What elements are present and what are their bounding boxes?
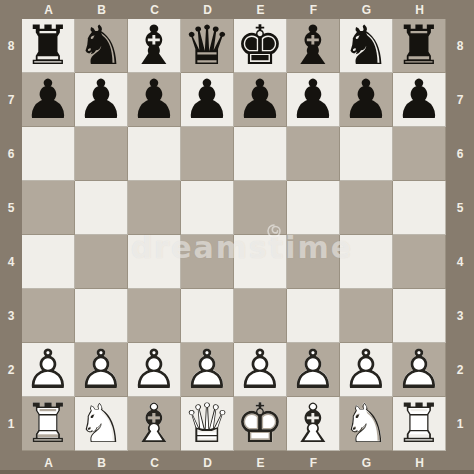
black-knight: ♞ — [75, 19, 127, 72]
black-rook: ♜ — [22, 19, 74, 72]
square-b3[interactable] — [75, 289, 128, 343]
square-b7[interactable]: ♟ — [75, 73, 128, 127]
black-bishop: ♝ — [128, 19, 180, 72]
white-knight: ♘ — [340, 397, 392, 450]
rank-label-right-1: 1 — [446, 397, 474, 451]
square-d4[interactable] — [181, 235, 234, 289]
rank-label-right-7: 7 — [446, 73, 474, 127]
white-pawn: ♙ — [287, 343, 339, 396]
square-f6[interactable] — [287, 127, 340, 181]
square-f2[interactable]: ♟♙ — [287, 343, 340, 397]
square-a1[interactable]: ♜♖ — [22, 397, 75, 451]
square-f7[interactable]: ♟ — [287, 73, 340, 127]
chessboard-frame: ABCDEFGH ABCDEFGH 87654321 87654321 ♜♞♝♛… — [0, 0, 474, 474]
white-pawn: ♙ — [234, 343, 286, 396]
square-d1[interactable]: ♛♕ — [181, 397, 234, 451]
white-knight-fill: ♞ — [340, 397, 392, 450]
square-b4[interactable] — [75, 235, 128, 289]
square-a8[interactable]: ♜ — [22, 19, 75, 73]
white-bishop: ♗ — [128, 397, 180, 450]
square-a6[interactable] — [22, 127, 75, 181]
square-a4[interactable] — [22, 235, 75, 289]
square-b6[interactable] — [75, 127, 128, 181]
square-g4[interactable] — [340, 235, 393, 289]
rank-label-left-2: 2 — [0, 343, 22, 397]
square-e2[interactable]: ♟♙ — [234, 343, 287, 397]
white-pawn-fill: ♟ — [340, 343, 392, 396]
white-pawn-fill: ♟ — [75, 343, 127, 396]
square-d3[interactable] — [181, 289, 234, 343]
square-c1[interactable]: ♝♗ — [128, 397, 181, 451]
rank-label-left-3: 3 — [0, 289, 22, 343]
square-e4[interactable] — [234, 235, 287, 289]
white-bishop-fill: ♝ — [287, 397, 339, 450]
square-f4[interactable] — [287, 235, 340, 289]
square-b2[interactable]: ♟♙ — [75, 343, 128, 397]
file-label-top-g: G — [340, 0, 393, 19]
square-g5[interactable] — [340, 181, 393, 235]
file-label-top-h: H — [393, 0, 446, 19]
white-king-fill: ♚ — [234, 397, 286, 450]
square-e3[interactable] — [234, 289, 287, 343]
square-f8[interactable]: ♝ — [287, 19, 340, 73]
square-g6[interactable] — [340, 127, 393, 181]
square-a3[interactable] — [22, 289, 75, 343]
square-g8[interactable]: ♞ — [340, 19, 393, 73]
black-pawn: ♟ — [75, 73, 127, 126]
square-h4[interactable] — [393, 235, 446, 289]
black-knight: ♞ — [340, 19, 392, 72]
square-h8[interactable]: ♜ — [393, 19, 446, 73]
rank-label-right-8: 8 — [446, 19, 474, 73]
white-queen-fill: ♛ — [181, 397, 233, 450]
white-bishop: ♗ — [287, 397, 339, 450]
black-pawn: ♟ — [287, 73, 339, 126]
rank-labels-right: 87654321 — [446, 19, 474, 451]
black-queen: ♛ — [181, 19, 233, 72]
black-pawn: ♟ — [393, 73, 445, 126]
white-bishop-fill: ♝ — [128, 397, 180, 450]
white-rook: ♖ — [393, 397, 445, 450]
file-label-top-f: F — [287, 0, 340, 19]
white-rook-fill: ♜ — [393, 397, 445, 450]
square-c4[interactable] — [128, 235, 181, 289]
square-e8[interactable]: ♚ — [234, 19, 287, 73]
black-pawn: ♟ — [181, 73, 233, 126]
square-g7[interactable]: ♟ — [340, 73, 393, 127]
square-d6[interactable] — [181, 127, 234, 181]
white-king: ♔ — [234, 397, 286, 450]
white-rook-fill: ♜ — [22, 397, 74, 450]
white-knight: ♘ — [75, 397, 127, 450]
white-pawn: ♙ — [75, 343, 127, 396]
square-c5[interactable] — [128, 181, 181, 235]
black-pawn: ♟ — [340, 73, 392, 126]
square-g1[interactable]: ♞♘ — [340, 397, 393, 451]
file-label-top-e: E — [234, 0, 287, 19]
square-h6[interactable] — [393, 127, 446, 181]
black-bishop: ♝ — [287, 19, 339, 72]
rank-label-right-4: 4 — [446, 235, 474, 289]
rank-label-left-4: 4 — [0, 235, 22, 289]
file-label-top-c: C — [128, 0, 181, 19]
white-knight-fill: ♞ — [75, 397, 127, 450]
rank-labels-left: 87654321 — [0, 19, 22, 451]
white-pawn: ♙ — [393, 343, 445, 396]
rank-label-right-3: 3 — [446, 289, 474, 343]
square-e7[interactable]: ♟ — [234, 73, 287, 127]
white-pawn-fill: ♟ — [234, 343, 286, 396]
rank-label-left-7: 7 — [0, 73, 22, 127]
square-b8[interactable]: ♞ — [75, 19, 128, 73]
square-h3[interactable] — [393, 289, 446, 343]
square-e5[interactable] — [234, 181, 287, 235]
white-pawn-fill: ♟ — [287, 343, 339, 396]
square-b5[interactable] — [75, 181, 128, 235]
square-h2[interactable]: ♟♙ — [393, 343, 446, 397]
white-pawn: ♙ — [340, 343, 392, 396]
file-labels-top: ABCDEFGH — [22, 0, 446, 19]
file-label-top-a: A — [22, 0, 75, 19]
white-pawn-fill: ♟ — [181, 343, 233, 396]
white-pawn-fill: ♟ — [393, 343, 445, 396]
square-c7[interactable]: ♟ — [128, 73, 181, 127]
rank-label-right-5: 5 — [446, 181, 474, 235]
chessboard: ♜♞♝♛♚♝♞♜♟♟♟♟♟♟♟♟♟♙♟♙♟♙♟♙♟♙♟♙♟♙♟♙♜♖♞♘♝♗♛♕… — [22, 19, 446, 451]
square-f3[interactable] — [287, 289, 340, 343]
square-g3[interactable] — [340, 289, 393, 343]
black-pawn: ♟ — [128, 73, 180, 126]
square-d7[interactable]: ♟ — [181, 73, 234, 127]
white-pawn-fill: ♟ — [128, 343, 180, 396]
rank-label-left-1: 1 — [0, 397, 22, 451]
square-d2[interactable]: ♟♙ — [181, 343, 234, 397]
white-pawn-fill: ♟ — [22, 343, 74, 396]
square-c2[interactable]: ♟♙ — [128, 343, 181, 397]
square-a7[interactable]: ♟ — [22, 73, 75, 127]
rank-label-right-2: 2 — [446, 343, 474, 397]
white-pawn: ♙ — [181, 343, 233, 396]
square-c8[interactable]: ♝ — [128, 19, 181, 73]
square-f1[interactable]: ♝♗ — [287, 397, 340, 451]
rank-label-left-6: 6 — [0, 127, 22, 181]
square-e6[interactable] — [234, 127, 287, 181]
frame-bottom-edge — [0, 470, 474, 474]
rank-label-right-6: 6 — [446, 127, 474, 181]
square-h1[interactable]: ♜♖ — [393, 397, 446, 451]
square-e1[interactable]: ♚♔ — [234, 397, 287, 451]
square-g2[interactable]: ♟♙ — [340, 343, 393, 397]
square-a5[interactable] — [22, 181, 75, 235]
white-queen: ♕ — [181, 397, 233, 450]
square-h7[interactable]: ♟ — [393, 73, 446, 127]
square-f5[interactable] — [287, 181, 340, 235]
square-h5[interactable] — [393, 181, 446, 235]
white-rook: ♖ — [22, 397, 74, 450]
black-pawn: ♟ — [22, 73, 74, 126]
file-label-top-d: D — [181, 0, 234, 19]
square-c3[interactable] — [128, 289, 181, 343]
rank-label-left-5: 5 — [0, 181, 22, 235]
square-a2[interactable]: ♟♙ — [22, 343, 75, 397]
square-d8[interactable]: ♛ — [181, 19, 234, 73]
rank-label-left-8: 8 — [0, 19, 22, 73]
square-d5[interactable] — [181, 181, 234, 235]
white-pawn: ♙ — [22, 343, 74, 396]
white-pawn: ♙ — [128, 343, 180, 396]
black-pawn: ♟ — [234, 73, 286, 126]
square-b1[interactable]: ♞♘ — [75, 397, 128, 451]
square-c6[interactable] — [128, 127, 181, 181]
black-rook: ♜ — [393, 19, 445, 72]
black-king: ♚ — [234, 19, 286, 72]
file-label-top-b: B — [75, 0, 128, 19]
